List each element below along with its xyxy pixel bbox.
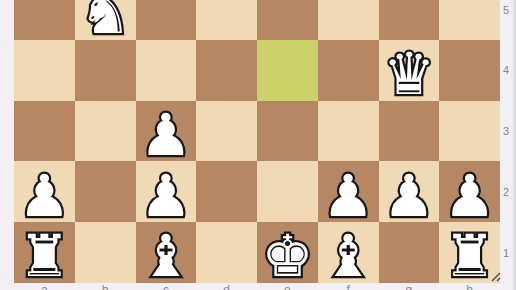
- piece-glyph: ♟: [379, 165, 440, 226]
- square-c4[interactable]: [136, 40, 197, 101]
- file-label-b: b: [102, 283, 109, 290]
- file-label-f: f: [346, 283, 349, 290]
- square-d1[interactable]: [196, 222, 257, 283]
- square-g2[interactable]: ♟♟: [379, 161, 440, 222]
- piece-glyph: ♟: [14, 165, 75, 226]
- square-h4[interactable]: [439, 40, 500, 101]
- square-a5[interactable]: [14, 0, 75, 40]
- square-c2[interactable]: ♟♟: [136, 161, 197, 222]
- square-b3[interactable]: [75, 101, 136, 162]
- file-label-g: g: [406, 283, 413, 290]
- rank-label-4: 4: [500, 64, 512, 76]
- white-pawn[interactable]: ♟♟: [318, 161, 379, 222]
- square-g5[interactable]: [379, 0, 440, 40]
- piece-glyph: ♟: [318, 165, 379, 226]
- square-b2[interactable]: [75, 161, 136, 222]
- square-c1[interactable]: ♝♝: [136, 222, 197, 283]
- square-e3[interactable]: [257, 101, 318, 162]
- square-d3[interactable]: [196, 101, 257, 162]
- square-f1[interactable]: ♝♝: [318, 222, 379, 283]
- board-resize-handle[interactable]: [489, 270, 503, 283]
- square-f2[interactable]: ♟♟: [318, 161, 379, 222]
- white-bishop[interactable]: ♝♝: [136, 222, 197, 283]
- rank-label-3: 3: [500, 125, 512, 137]
- piece-glyph: ♟: [136, 105, 197, 166]
- white-pawn[interactable]: ♟♟: [439, 161, 500, 222]
- piece-glyph: ♜: [14, 226, 75, 287]
- white-pawn[interactable]: ♟♟: [14, 161, 75, 222]
- square-e5[interactable]: [257, 0, 318, 40]
- square-h5[interactable]: [439, 0, 500, 40]
- square-f3[interactable]: [318, 101, 379, 162]
- piece-glyph: ♞: [75, 0, 136, 44]
- file-label-e: e: [284, 283, 291, 290]
- square-d4[interactable]: [196, 40, 257, 101]
- square-c3[interactable]: ♟♟: [136, 101, 197, 162]
- square-e2[interactable]: [257, 161, 318, 222]
- square-f4[interactable]: [318, 40, 379, 101]
- file-label-c: c: [163, 283, 169, 290]
- square-a1[interactable]: ♜♜: [14, 222, 75, 283]
- rank-label-5: 5: [500, 4, 512, 16]
- square-b5[interactable]: ♞♞: [75, 0, 136, 40]
- page: { "game": "chess", "position": { "fen_vi…: [0, 0, 516, 290]
- piece-glyph: ♛: [379, 44, 440, 105]
- square-g4[interactable]: ♛♛: [379, 40, 440, 101]
- square-h2[interactable]: ♟♟: [439, 161, 500, 222]
- file-label-h: h: [466, 283, 473, 290]
- white-bishop[interactable]: ♝♝: [318, 222, 379, 283]
- square-a3[interactable]: [14, 101, 75, 162]
- rank-label-2: 2: [500, 186, 512, 198]
- square-f5[interactable]: [318, 0, 379, 40]
- white-king[interactable]: ♚♚: [257, 222, 318, 283]
- square-b1[interactable]: [75, 222, 136, 283]
- square-d2[interactable]: [196, 161, 257, 222]
- white-pawn[interactable]: ♟♟: [379, 161, 440, 222]
- square-c5[interactable]: [136, 0, 197, 40]
- file-label-d: d: [223, 283, 230, 290]
- square-g3[interactable]: [379, 101, 440, 162]
- square-a4[interactable]: [14, 40, 75, 101]
- piece-glyph: ♟: [136, 165, 197, 226]
- square-e1[interactable]: ♚♚: [257, 222, 318, 283]
- file-label-a: a: [41, 283, 48, 290]
- square-b4[interactable]: [75, 40, 136, 101]
- piece-glyph: ♝: [136, 226, 197, 287]
- chess-board[interactable]: ♞♞♛♛♟♟♟♟♟♟♟♟♟♟♟♟♜♜♝♝♚♚♝♝♜♜: [14, 0, 500, 283]
- rank-label-1: 1: [500, 247, 512, 259]
- piece-glyph: ♟: [439, 165, 500, 226]
- square-e4[interactable]: [257, 40, 318, 101]
- white-pawn[interactable]: ♟♟: [136, 161, 197, 222]
- piece-glyph: ♚: [257, 226, 318, 287]
- white-rook[interactable]: ♜♜: [14, 222, 75, 283]
- square-a2[interactable]: ♟♟: [14, 161, 75, 222]
- white-queen[interactable]: ♛♛: [379, 40, 440, 101]
- square-d5[interactable]: [196, 0, 257, 40]
- square-h3[interactable]: [439, 101, 500, 162]
- square-g1[interactable]: [379, 222, 440, 283]
- white-pawn[interactable]: ♟♟: [136, 101, 197, 162]
- piece-glyph: ♝: [318, 226, 379, 287]
- white-knight[interactable]: ♞♞: [75, 0, 136, 40]
